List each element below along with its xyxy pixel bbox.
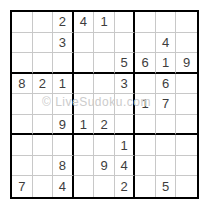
cell-r5c5[interactable] xyxy=(94,94,115,115)
cell-r6c2[interactable] xyxy=(33,115,54,136)
sudoku-board: 241345619821361791218947425 xyxy=(10,10,199,199)
cell-r5c4[interactable] xyxy=(74,94,95,115)
cell-r6c7[interactable] xyxy=(135,115,156,136)
cell-r9c1[interactable]: 7 xyxy=(12,176,33,197)
cell-r1c6[interactable] xyxy=(115,12,136,33)
cell-r4c9[interactable] xyxy=(176,74,197,95)
cell-r9c4[interactable] xyxy=(74,176,95,197)
cell-r9c3[interactable]: 4 xyxy=(53,176,74,197)
cell-r1c1[interactable] xyxy=(12,12,33,33)
cell-r7c7[interactable] xyxy=(135,135,156,156)
cell-r2c1[interactable] xyxy=(12,33,33,54)
cell-r7c3[interactable] xyxy=(53,135,74,156)
cell-r3c6[interactable]: 5 xyxy=(115,53,136,74)
cell-r8c6[interactable]: 4 xyxy=(115,156,136,177)
cell-r5c9[interactable] xyxy=(176,94,197,115)
cell-r8c4[interactable] xyxy=(74,156,95,177)
cell-r4c2[interactable]: 2 xyxy=(33,74,54,95)
cell-r7c1[interactable] xyxy=(12,135,33,156)
cell-r2c2[interactable] xyxy=(33,33,54,54)
cell-r3c4[interactable] xyxy=(74,53,95,74)
cell-r4c6[interactable]: 3 xyxy=(115,74,136,95)
cell-r2c8[interactable]: 4 xyxy=(156,33,177,54)
cell-r3c2[interactable] xyxy=(33,53,54,74)
cell-r4c1[interactable]: 8 xyxy=(12,74,33,95)
cell-r5c3[interactable] xyxy=(53,94,74,115)
cell-r8c2[interactable] xyxy=(33,156,54,177)
cell-r3c5[interactable] xyxy=(94,53,115,74)
cell-r6c9[interactable] xyxy=(176,115,197,136)
cell-r7c4[interactable] xyxy=(74,135,95,156)
cell-r8c9[interactable] xyxy=(176,156,197,177)
cell-r4c5[interactable] xyxy=(94,74,115,95)
cell-r9c2[interactable] xyxy=(33,176,54,197)
cell-r7c6[interactable]: 1 xyxy=(115,135,136,156)
cell-r4c3[interactable]: 1 xyxy=(53,74,74,95)
cell-r8c8[interactable] xyxy=(156,156,177,177)
cell-r3c7[interactable]: 6 xyxy=(135,53,156,74)
cell-r9c7[interactable] xyxy=(135,176,156,197)
cell-r1c3[interactable]: 2 xyxy=(53,12,74,33)
cell-r6c8[interactable] xyxy=(156,115,177,136)
cell-r1c7[interactable] xyxy=(135,12,156,33)
cell-r6c4[interactable]: 1 xyxy=(74,115,95,136)
cell-r3c3[interactable] xyxy=(53,53,74,74)
cell-r2c5[interactable] xyxy=(94,33,115,54)
cell-r4c4[interactable] xyxy=(74,74,95,95)
cell-r7c8[interactable] xyxy=(156,135,177,156)
sudoku-page: 241345619821361791218947425 © LiveSudoku… xyxy=(0,0,200,200)
cell-r6c3[interactable]: 9 xyxy=(53,115,74,136)
cell-r8c1[interactable] xyxy=(12,156,33,177)
cell-r6c6[interactable] xyxy=(115,115,136,136)
cell-r5c1[interactable] xyxy=(12,94,33,115)
cell-r1c8[interactable] xyxy=(156,12,177,33)
cell-r7c5[interactable] xyxy=(94,135,115,156)
cell-r5c2[interactable] xyxy=(33,94,54,115)
cell-r6c1[interactable] xyxy=(12,115,33,136)
cell-r9c6[interactable]: 2 xyxy=(115,176,136,197)
cell-r2c6[interactable] xyxy=(115,33,136,54)
cell-r1c5[interactable]: 1 xyxy=(94,12,115,33)
cell-r5c8[interactable]: 7 xyxy=(156,94,177,115)
cell-r1c4[interactable]: 4 xyxy=(74,12,95,33)
cell-r8c3[interactable]: 8 xyxy=(53,156,74,177)
cell-r8c7[interactable] xyxy=(135,156,156,177)
cell-r5c6[interactable] xyxy=(115,94,136,115)
cell-r3c9[interactable]: 9 xyxy=(176,53,197,74)
cell-r1c2[interactable] xyxy=(33,12,54,33)
cell-r2c9[interactable] xyxy=(176,33,197,54)
cell-r7c9[interactable] xyxy=(176,135,197,156)
cell-r3c1[interactable] xyxy=(12,53,33,74)
cell-r4c7[interactable] xyxy=(135,74,156,95)
cell-r9c8[interactable]: 5 xyxy=(156,176,177,197)
cell-r1c9[interactable] xyxy=(176,12,197,33)
cell-r7c2[interactable] xyxy=(33,135,54,156)
cell-r2c4[interactable] xyxy=(74,33,95,54)
cell-r4c8[interactable]: 6 xyxy=(156,74,177,95)
cell-r3c8[interactable]: 1 xyxy=(156,53,177,74)
cell-r8c5[interactable]: 9 xyxy=(94,156,115,177)
cell-r2c7[interactable] xyxy=(135,33,156,54)
cell-r6c5[interactable]: 2 xyxy=(94,115,115,136)
cell-r9c5[interactable] xyxy=(94,176,115,197)
cell-r2c3[interactable]: 3 xyxy=(53,33,74,54)
cell-r5c7[interactable]: 1 xyxy=(135,94,156,115)
cell-r9c9[interactable] xyxy=(176,176,197,197)
